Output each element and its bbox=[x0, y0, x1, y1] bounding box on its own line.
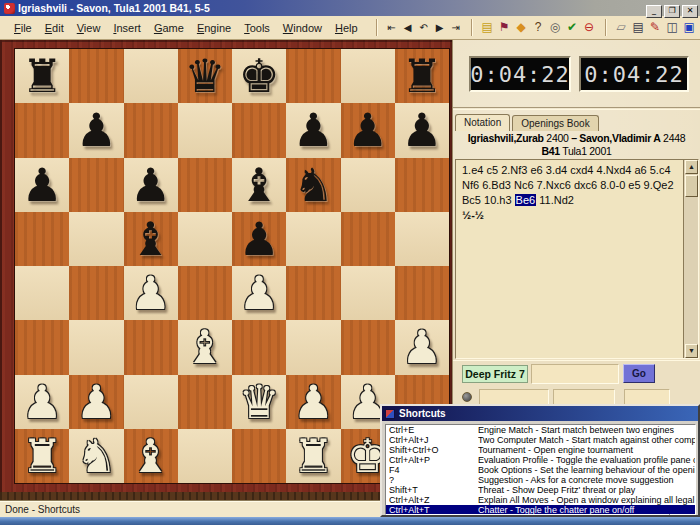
piece-black-pawn[interactable]: ♟ bbox=[347, 107, 388, 153]
notation-book-icon[interactable]: ▤ bbox=[630, 19, 647, 36]
square-f5[interactable] bbox=[286, 212, 340, 266]
engine-output-field bbox=[531, 364, 619, 384]
shortcut-key: Ctrl+Alt+J bbox=[386, 435, 478, 445]
engine-led-indicator bbox=[462, 392, 472, 402]
piece-white-bishop[interactable]: ♝ bbox=[184, 324, 225, 370]
square-c5[interactable]: ♝ bbox=[124, 212, 178, 266]
panel-divider bbox=[453, 107, 700, 110]
square-h7[interactable]: ♟ bbox=[395, 103, 449, 157]
piece-black-bishop[interactable]: ♝ bbox=[130, 216, 171, 262]
square-c4[interactable]: ♟ bbox=[124, 266, 178, 320]
square-b2[interactable]: ♟ bbox=[69, 375, 123, 429]
title-bar: Igriashvili - Savon, Tula1 2001 B41, 5-5… bbox=[0, 0, 700, 16]
square-h5[interactable] bbox=[395, 212, 449, 266]
shortcut-key: Ctrl+E bbox=[386, 425, 478, 435]
square-f3[interactable] bbox=[286, 320, 340, 374]
square-c1[interactable]: ♝ bbox=[124, 429, 178, 483]
square-a5[interactable] bbox=[15, 212, 69, 266]
shortcuts-window: Shortcuts Ctrl+EEngine Match - Start mat… bbox=[380, 404, 700, 517]
square-g3[interactable] bbox=[341, 320, 395, 374]
piece-white-pawn[interactable]: ♟ bbox=[239, 270, 280, 316]
hint-icon[interactable]: ? bbox=[530, 19, 547, 36]
black-clock: 0:04:22 bbox=[579, 56, 689, 92]
piece-white-pawn[interactable]: ♟ bbox=[76, 379, 117, 425]
piece-black-pawn[interactable]: ♟ bbox=[401, 107, 442, 153]
square-f4[interactable] bbox=[286, 266, 340, 320]
shortcut-key: Ctrl+Alt+Z bbox=[386, 495, 478, 505]
levels-icon[interactable]: ◆ bbox=[513, 19, 530, 36]
square-d4[interactable] bbox=[178, 266, 232, 320]
game-result: ½-½ bbox=[462, 208, 678, 223]
shortcuts-list: Ctrl+EEngine Match - Start match between… bbox=[385, 424, 696, 515]
shortcut-description: Threat - Show Deep Fritz' threat or play bbox=[478, 485, 695, 495]
moves-text-after[interactable]: 11.Nd2 bbox=[536, 194, 574, 206]
white-player-name: Igriashvili,Zurab bbox=[468, 132, 544, 144]
shortcut-key: Ctrl+Alt+P bbox=[386, 455, 478, 465]
menu-item-tools[interactable]: Tools bbox=[242, 21, 272, 35]
square-e8[interactable]: ♚ bbox=[232, 49, 286, 103]
square-e3[interactable] bbox=[232, 320, 286, 374]
shortcut-key: F4 bbox=[386, 465, 478, 475]
toolbar-separator bbox=[376, 19, 377, 36]
menu-item-window[interactable]: Window bbox=[281, 21, 324, 35]
square-h4[interactable] bbox=[395, 266, 449, 320]
square-g4[interactable] bbox=[341, 266, 395, 320]
square-a6[interactable]: ♟ bbox=[15, 158, 69, 212]
piece-black-pawn[interactable]: ♟ bbox=[239, 216, 280, 262]
piece-white-rook[interactable]: ♜ bbox=[293, 433, 334, 479]
highlighted-move[interactable]: Be6 bbox=[515, 194, 537, 206]
scroll-up-icon[interactable]: ▲ bbox=[685, 160, 698, 174]
eco-code: B41 bbox=[542, 145, 560, 157]
square-a4[interactable] bbox=[15, 266, 69, 320]
square-c8[interactable] bbox=[124, 49, 178, 103]
square-b5[interactable] bbox=[69, 212, 123, 266]
event-line: B41 Tula1 2001 bbox=[453, 145, 700, 158]
square-e7[interactable] bbox=[232, 103, 286, 157]
engine-on-icon[interactable]: ✔ bbox=[564, 19, 581, 36]
square-e5[interactable]: ♟ bbox=[232, 212, 286, 266]
shortcuts-title-bar[interactable]: Shortcuts bbox=[382, 406, 698, 421]
toolbar-navigation: ⇤◀↶▶⇥ bbox=[384, 19, 464, 36]
black-player-name: Savon,Vladimir A bbox=[577, 132, 661, 144]
square-c2[interactable] bbox=[124, 375, 178, 429]
piece-black-pawn[interactable]: ♟ bbox=[76, 107, 117, 153]
scrollbar-thumb[interactable] bbox=[685, 175, 698, 197]
shortcut-description: Suggestion - Aks for a concrete move sug… bbox=[478, 475, 695, 485]
square-d8[interactable]: ♛ bbox=[178, 49, 232, 103]
notation-pane: 1.e4 c5 2.Nf3 e6 3.d4 cxd4 4.Nxd4 a6 5.c… bbox=[455, 159, 699, 359]
shortcut-description: Evaluation Profile - Toggle the evaluati… bbox=[478, 455, 695, 465]
square-f1[interactable]: ♜ bbox=[286, 429, 340, 483]
last-move-button[interactable]: ⇥ bbox=[448, 19, 464, 36]
square-b1[interactable]: ♞ bbox=[69, 429, 123, 483]
piece-white-pawn[interactable]: ♟ bbox=[401, 324, 442, 370]
shortcut-row-1[interactable]: Ctrl+EEngine Match - Start match between… bbox=[386, 425, 695, 435]
square-d1[interactable] bbox=[178, 429, 232, 483]
scroll-down-icon[interactable]: ▼ bbox=[685, 344, 698, 358]
square-a1[interactable]: ♜ bbox=[15, 429, 69, 483]
previous-move-button[interactable]: ◀ bbox=[400, 19, 416, 36]
square-b7[interactable]: ♟ bbox=[69, 103, 123, 157]
shortcut-row-7[interactable]: Shift+TThreat - Show Deep Fritz' threat … bbox=[386, 485, 695, 495]
white-player-elo: 2400 bbox=[544, 132, 571, 144]
square-b6[interactable] bbox=[69, 158, 123, 212]
piece-black-knight[interactable]: ♞ bbox=[293, 162, 334, 208]
first-move-button[interactable]: ⇤ bbox=[384, 19, 400, 36]
shortcut-key: Shift+Ctrl+O bbox=[386, 445, 478, 455]
menu-item-edit[interactable]: Edit bbox=[43, 21, 66, 35]
square-a7[interactable] bbox=[15, 103, 69, 157]
new-game-icon[interactable]: ▤ bbox=[479, 19, 496, 36]
tab-notation[interactable]: Notation bbox=[455, 114, 510, 131]
restore-button[interactable]: ❐ bbox=[664, 5, 680, 18]
menu-toolbar: FileEditViewInsertGameEngineToolsWindowH… bbox=[0, 16, 700, 40]
shortcut-description: Two Computer Match - Start match against… bbox=[478, 435, 695, 445]
go-button[interactable]: Go bbox=[623, 364, 655, 383]
minimize-button[interactable]: _ bbox=[646, 5, 662, 18]
piece-black-pawn[interactable]: ♟ bbox=[130, 162, 171, 208]
piece-black-king[interactable]: ♚ bbox=[239, 53, 280, 99]
shortcut-row-2[interactable]: Ctrl+Alt+JTwo Computer Match - Start mat… bbox=[386, 435, 695, 445]
shortcut-key: Ctrl+Alt+T bbox=[386, 505, 478, 515]
shortcut-key: ? bbox=[386, 475, 478, 485]
square-b3[interactable] bbox=[69, 320, 123, 374]
shortcut-row-6[interactable]: ?Suggestion - Aks for a concrete move su… bbox=[386, 475, 695, 485]
square-b4[interactable] bbox=[69, 266, 123, 320]
piece-black-rook[interactable]: ♜ bbox=[22, 53, 63, 99]
game-header: Igriashvili,Zurab 2400 – Savon,Vladimir … bbox=[453, 132, 700, 158]
piece-white-pawn[interactable]: ♟ bbox=[130, 270, 171, 316]
square-h3[interactable]: ♟ bbox=[395, 320, 449, 374]
tab-openings-book[interactable]: Openings Book bbox=[512, 115, 598, 131]
square-c6[interactable]: ♟ bbox=[124, 158, 178, 212]
takeback-move-button[interactable]: ↶ bbox=[416, 19, 432, 36]
square-a8[interactable]: ♜ bbox=[15, 49, 69, 103]
engine-name-label: Deep Fritz 7 bbox=[462, 365, 528, 383]
square-f6[interactable]: ♞ bbox=[286, 158, 340, 212]
engine-stop-icon[interactable]: ⊖ bbox=[581, 19, 598, 36]
piece-black-pawn[interactable]: ♟ bbox=[293, 107, 334, 153]
shortcut-description: Tournament - Open engine tournament bbox=[478, 445, 695, 455]
square-f7[interactable]: ♟ bbox=[286, 103, 340, 157]
square-d3[interactable]: ♝ bbox=[178, 320, 232, 374]
square-e6[interactable]: ♝ bbox=[232, 158, 286, 212]
toolbar-game-group: ▤⚑◆?◎✔⊖ bbox=[479, 19, 598, 36]
square-g8[interactable] bbox=[341, 49, 395, 103]
players-line: Igriashvili,Zurab 2400 – Savon,Vladimir … bbox=[453, 132, 700, 145]
piece-white-knight[interactable]: ♞ bbox=[76, 433, 117, 479]
square-e2[interactable]: ♛ bbox=[232, 375, 286, 429]
red-pen-icon[interactable]: ✎ bbox=[647, 19, 664, 36]
square-b8[interactable] bbox=[69, 49, 123, 103]
status-text: Done - Shortcuts bbox=[5, 504, 80, 515]
toolbar-separator bbox=[471, 19, 472, 36]
piece-white-queen[interactable]: ♛ bbox=[239, 379, 280, 425]
flag-icon[interactable]: ⚑ bbox=[496, 19, 513, 36]
shortcut-description: Explain All Moves - Open a window explai… bbox=[478, 495, 695, 505]
square-f2[interactable]: ♟ bbox=[286, 375, 340, 429]
menu-item-game[interactable]: Game bbox=[152, 21, 186, 35]
app-icon bbox=[4, 3, 15, 14]
square-g5[interactable] bbox=[341, 212, 395, 266]
piece-white-bishop[interactable]: ♝ bbox=[130, 433, 171, 479]
shortcuts-window-title: Shortcuts bbox=[399, 408, 446, 419]
toolbar-window-group: ▱▤✎◫▣Q✎❐ bbox=[613, 19, 700, 36]
shortcut-row-4[interactable]: Ctrl+Alt+PEvaluation Profile - Toggle th… bbox=[386, 455, 695, 465]
shortcut-row-3[interactable]: Shift+Ctrl+OTournament - Open engine tou… bbox=[386, 445, 695, 455]
window-title: Igriashvili - Savon, Tula1 2001 B41, 5-5 bbox=[18, 2, 644, 14]
split-view-icon[interactable]: ◫ bbox=[664, 19, 681, 36]
white-clock: 0:04:22 bbox=[469, 56, 571, 92]
application-window: Igriashvili - Savon, Tula1 2001 B41, 5-5… bbox=[0, 0, 700, 525]
square-d2[interactable] bbox=[178, 375, 232, 429]
event-name: Tula1 2001 bbox=[560, 145, 612, 157]
square-a2[interactable]: ♟ bbox=[15, 375, 69, 429]
piece-black-queen[interactable]: ♛ bbox=[184, 53, 225, 99]
shortcuts-window-icon bbox=[385, 409, 395, 419]
black-player-elo: 2448 bbox=[660, 132, 685, 144]
shortcut-row-8[interactable]: Ctrl+Alt+ZExplain All Moves - Open a win… bbox=[386, 495, 695, 505]
square-e4[interactable]: ♟ bbox=[232, 266, 286, 320]
shortcut-key: Shift+T bbox=[386, 485, 478, 495]
piece-white-pawn[interactable]: ♟ bbox=[22, 379, 63, 425]
shortcut-row-5[interactable]: F4Book Options - Set the learning behavi… bbox=[386, 465, 695, 475]
piece-black-bishop[interactable]: ♝ bbox=[239, 162, 280, 208]
menu-item-insert[interactable]: Insert bbox=[111, 21, 143, 35]
square-a3[interactable] bbox=[15, 320, 69, 374]
window-controls: _❐✕ bbox=[644, 0, 698, 18]
piece-black-pawn[interactable]: ♟ bbox=[22, 162, 63, 208]
square-c7[interactable] bbox=[124, 103, 178, 157]
eraser-icon[interactable]: ▱ bbox=[613, 19, 630, 36]
square-c3[interactable] bbox=[124, 320, 178, 374]
shortcut-description: Book Options - Set the learning behaviou… bbox=[478, 465, 695, 475]
square-d5[interactable] bbox=[178, 212, 232, 266]
monitor-icon[interactable]: ▣ bbox=[681, 19, 698, 36]
next-move-button[interactable]: ▶ bbox=[432, 19, 448, 36]
notation-scrollbar[interactable]: ▲ ▼ bbox=[683, 160, 698, 358]
square-h6[interactable] bbox=[395, 158, 449, 212]
square-h8[interactable]: ♜ bbox=[395, 49, 449, 103]
shortcut-description: Engine Match - Start match between two e… bbox=[478, 425, 695, 435]
menu-item-engine[interactable]: Engine bbox=[195, 21, 233, 35]
search-position-icon[interactable]: ◎ bbox=[547, 19, 564, 36]
menu-bar: FileEditViewInsertGameEngineToolsWindowH… bbox=[12, 21, 369, 35]
toolbar-separator bbox=[605, 19, 606, 36]
menu-item-view[interactable]: View bbox=[75, 21, 103, 35]
menu-item-help[interactable]: Help bbox=[333, 21, 360, 35]
square-d7[interactable] bbox=[178, 103, 232, 157]
panel-tabs: Notation Openings Book bbox=[455, 113, 601, 131]
close-button[interactable]: ✕ bbox=[682, 5, 698, 18]
square-f8[interactable] bbox=[286, 49, 340, 103]
square-d6[interactable] bbox=[178, 158, 232, 212]
square-g7[interactable]: ♟ bbox=[341, 103, 395, 157]
menu-item-file[interactable]: File bbox=[12, 21, 34, 35]
piece-black-rook[interactable]: ♜ bbox=[401, 53, 442, 99]
square-g6[interactable] bbox=[341, 158, 395, 212]
piece-white-rook[interactable]: ♜ bbox=[22, 433, 63, 479]
piece-white-pawn[interactable]: ♟ bbox=[293, 379, 334, 425]
square-e1[interactable] bbox=[232, 429, 286, 483]
taskbar-edge bbox=[0, 517, 700, 525]
